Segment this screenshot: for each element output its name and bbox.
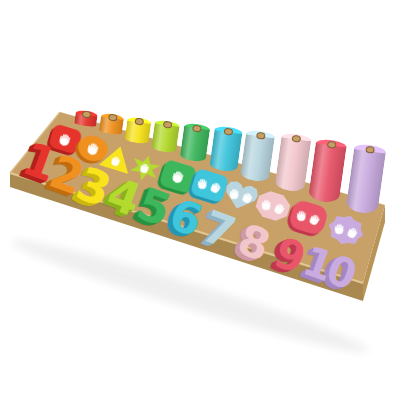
hand-icons <box>331 220 361 240</box>
ring-stack-4 <box>151 119 180 153</box>
ring-stack-3 <box>124 116 151 144</box>
ring-stack-2 <box>99 112 125 135</box>
hand-icons <box>258 196 288 216</box>
hand-icons <box>294 207 324 227</box>
hand-icons <box>195 175 225 195</box>
ring-stack-1 <box>74 110 98 128</box>
hand-icon <box>169 167 188 186</box>
product-photo-counting-board: 1 2 3 4 5 6 7 8 9 10 <box>0 0 400 400</box>
ring-stack-5 <box>180 122 211 162</box>
